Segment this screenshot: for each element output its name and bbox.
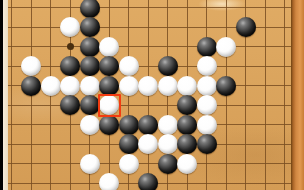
- stone-white[interactable]: [119, 154, 139, 174]
- stone-white[interactable]: [119, 56, 139, 76]
- star-point: [67, 43, 74, 50]
- stone-white[interactable]: [80, 76, 100, 96]
- last-move-marker: [98, 94, 121, 117]
- stone-white[interactable]: [41, 76, 61, 96]
- stone-black[interactable]: [197, 134, 217, 154]
- stone-black[interactable]: [236, 17, 256, 37]
- stone-white[interactable]: [21, 56, 41, 76]
- stone-white[interactable]: [60, 76, 80, 96]
- game-board[interactable]: [0, 0, 304, 190]
- stone-black[interactable]: [21, 76, 41, 96]
- grid-line-horizontal: [8, 46, 291, 47]
- stone-white[interactable]: [138, 76, 158, 96]
- stone-black[interactable]: [99, 56, 119, 76]
- stone-white[interactable]: [197, 95, 217, 115]
- stone-white[interactable]: [197, 76, 217, 96]
- board-left-margin: [3, 0, 8, 190]
- stone-black[interactable]: [80, 17, 100, 37]
- stone-black[interactable]: [60, 56, 80, 76]
- board-right-edge: [291, 0, 304, 190]
- stone-white[interactable]: [158, 76, 178, 96]
- grid-line-horizontal: [8, 66, 291, 67]
- grid-line-vertical: [284, 0, 285, 190]
- stone-white[interactable]: [99, 37, 119, 57]
- stone-white[interactable]: [197, 56, 217, 76]
- stone-white[interactable]: [177, 76, 197, 96]
- stone-black[interactable]: [80, 37, 100, 57]
- stone-white[interactable]: [216, 37, 236, 57]
- stone-white[interactable]: [80, 154, 100, 174]
- stone-white[interactable]: [60, 17, 80, 37]
- stone-white[interactable]: [197, 115, 217, 135]
- stone-black[interactable]: [99, 115, 119, 135]
- stone-black[interactable]: [177, 115, 197, 135]
- stone-black[interactable]: [216, 76, 236, 96]
- stone-white[interactable]: [158, 134, 178, 154]
- grid-line-horizontal: [8, 163, 291, 164]
- stone-white[interactable]: [99, 173, 119, 190]
- stone-white[interactable]: [119, 76, 139, 96]
- stone-black[interactable]: [197, 37, 217, 57]
- grid-line-vertical: [11, 0, 12, 190]
- stone-black[interactable]: [158, 56, 178, 76]
- grid-line-vertical: [265, 0, 266, 190]
- stone-white[interactable]: [177, 154, 197, 174]
- grid-line-horizontal: [8, 7, 291, 8]
- stone-black[interactable]: [80, 0, 100, 18]
- stone-black[interactable]: [158, 154, 178, 174]
- stone-black[interactable]: [138, 115, 158, 135]
- stone-black[interactable]: [99, 76, 119, 96]
- stone-black[interactable]: [177, 134, 197, 154]
- stone-black[interactable]: [80, 95, 100, 115]
- stone-white[interactable]: [158, 115, 178, 135]
- stone-black[interactable]: [60, 95, 80, 115]
- stone-black[interactable]: [119, 115, 139, 135]
- stone-black[interactable]: [138, 173, 158, 190]
- stone-black[interactable]: [177, 95, 197, 115]
- stone-white[interactable]: [138, 134, 158, 154]
- stone-white[interactable]: [80, 115, 100, 135]
- stone-black[interactable]: [80, 56, 100, 76]
- stone-black[interactable]: [119, 134, 139, 154]
- grid-line-horizontal: [8, 105, 291, 106]
